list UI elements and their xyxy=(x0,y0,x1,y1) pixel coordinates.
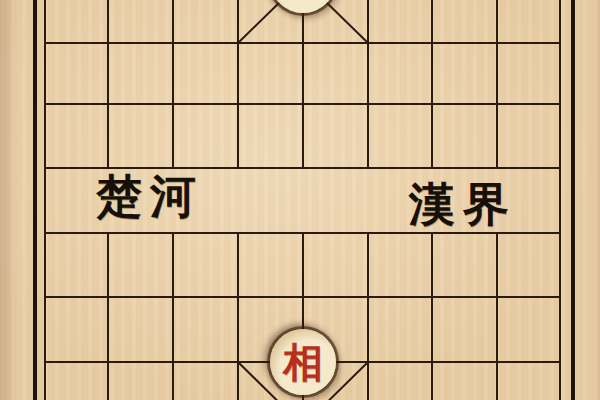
pieces-layer: 相 xyxy=(0,0,600,400)
piece-black-palace-center[interactable] xyxy=(270,0,336,13)
piece-character: 相 xyxy=(283,342,323,382)
piece-red-elephant-xiang[interactable]: 相 xyxy=(270,329,336,395)
xiangqi-board-viewport: 楚河 漢界 相 xyxy=(0,0,600,400)
